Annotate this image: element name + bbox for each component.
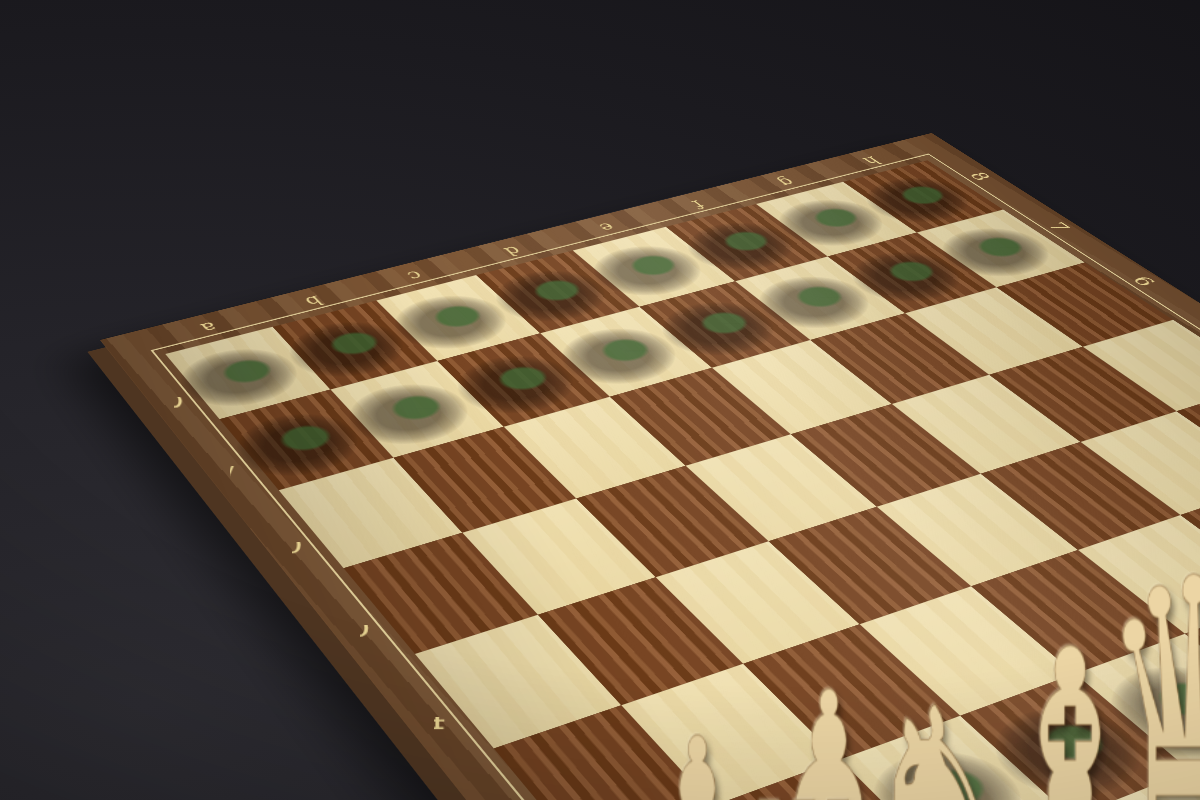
- scene: 8877665544332211aabbccddeeffgghh ♜♞♝♛♚♝♞…: [0, 0, 1200, 800]
- dark-pawn-glyph: ♟: [587, 224, 663, 360]
- chess-board: 8877665544332211aabbccddeeffgghh ♜♞♝♛♚♝♞…: [100, 133, 1200, 800]
- dark-pawn-glyph: ♟: [876, 152, 948, 281]
- dark-pawn-glyph: ♟: [484, 250, 561, 389]
- light-knight-glyph: ♞: [856, 669, 1025, 800]
- dark-pawn-glyph: ♟: [687, 199, 761, 332]
- photo-frame: 8877665544332211aabbccddeeffgghh ♜♞♝♛♚♝♞…: [0, 0, 1200, 800]
- dark-pawn-glyph: ♟: [783, 175, 856, 306]
- dark-pawn-glyph: ♟: [377, 277, 455, 418]
- dark-pawn-glyph: ♟: [965, 130, 1035, 257]
- dark-pawn-glyph: ♟: [266, 304, 346, 448]
- light-rook-glyph: ♜: [733, 771, 874, 800]
